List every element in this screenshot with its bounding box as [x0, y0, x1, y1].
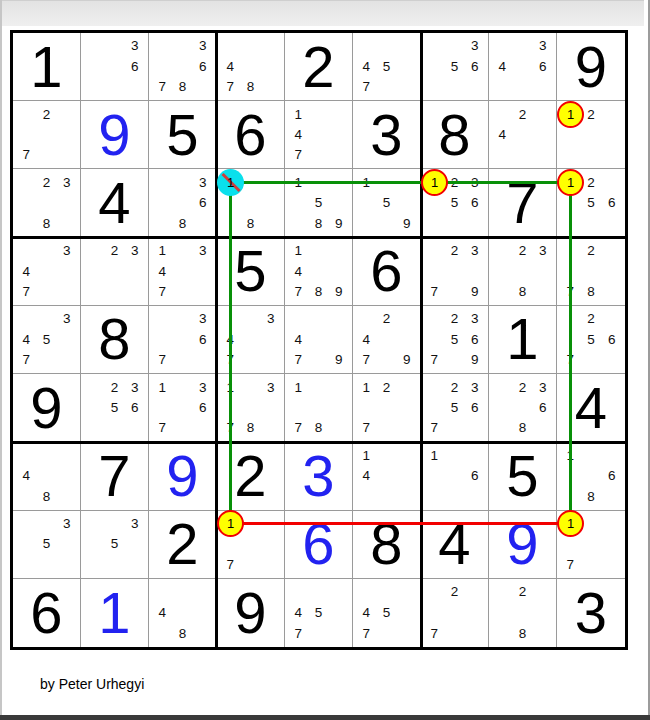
candidate-7 [356, 486, 376, 506]
candidate-3: 3 [125, 36, 145, 56]
candidate-9 [193, 281, 213, 301]
given-digit: 8 [98, 310, 130, 368]
cell-r6c9[interactable]: 4 [557, 374, 625, 442]
candidate-2 [376, 172, 396, 192]
cell-r6c1[interactable]: 9 [13, 374, 81, 442]
candidate-2: 2 [444, 377, 464, 397]
cell-r1c9[interactable]: 9 [557, 33, 625, 101]
candidate-2 [308, 172, 328, 192]
cell-r8c5[interactable]: 6 [285, 511, 353, 579]
cell-r9c5[interactable]: 457 [285, 579, 353, 647]
cell-r2c9[interactable]: 12 [557, 101, 625, 169]
candidate-1 [492, 104, 512, 124]
candidate-1 [16, 104, 36, 124]
cell-r3c6[interactable]: 159 [353, 169, 421, 237]
candidate-8 [104, 281, 124, 301]
candidate-9 [397, 418, 417, 438]
candidate-9 [57, 350, 77, 370]
candidate-7: 7 [16, 145, 36, 165]
candidate-5 [240, 56, 260, 76]
box-separator-horizontal [13, 441, 625, 444]
cell-r4c7[interactable]: 2379 [421, 238, 489, 306]
cell-r7c5[interactable]: 3 [285, 442, 353, 510]
cell-r1c2[interactable]: 36 [81, 33, 149, 101]
candidate-5 [581, 261, 602, 281]
cell-r1c1[interactable]: 1 [13, 33, 81, 101]
candidate-6 [329, 398, 349, 418]
candidate-6 [601, 534, 622, 554]
candidate-8 [240, 350, 260, 370]
pencil-marks: 238 [13, 169, 80, 236]
candidate-8: 8 [36, 213, 56, 233]
cell-r9c4[interactable]: 9 [217, 579, 285, 647]
cell-r7c7[interactable]: 16 [421, 442, 489, 510]
cell-r2c4[interactable]: 6 [217, 101, 285, 169]
candidate-5 [444, 466, 464, 486]
candidate-8 [376, 350, 396, 370]
candidate-7: 7 [424, 623, 444, 644]
cell-r9c7[interactable]: 27 [421, 579, 489, 647]
candidate-4: 4 [356, 603, 376, 624]
candidate-3: 3 [533, 241, 553, 261]
candidate-6: 6 [193, 398, 213, 418]
cell-r1c4[interactable]: 478 [217, 33, 285, 101]
cell-r1c6[interactable]: 457 [353, 33, 421, 101]
cell-r1c7[interactable]: 356 [421, 33, 489, 101]
cell-r8c6[interactable]: 8 [353, 511, 421, 579]
cell-r7c4[interactable]: 2 [217, 442, 285, 510]
cell-r9c6[interactable]: 457 [353, 579, 421, 647]
candidate-2: 2 [512, 582, 532, 603]
given-digit: 7 [98, 447, 130, 505]
cell-r8c8[interactable]: 9 [489, 511, 557, 579]
candidate-7: 7 [288, 281, 308, 301]
candidate-9 [397, 486, 417, 506]
candidate-1: 1 [152, 241, 172, 261]
candidate-7: 7 [424, 281, 444, 301]
candidate-1: 1 [356, 172, 376, 192]
candidate-8 [581, 554, 602, 574]
candidate-6: 6 [601, 329, 622, 349]
candidate-6 [261, 56, 281, 76]
given-digit: 5 [234, 242, 266, 300]
candidate-8 [36, 145, 56, 165]
cell-r2c8[interactable]: 24 [489, 101, 557, 169]
candidate-8: 8 [172, 77, 192, 97]
candidate-8: 8 [240, 77, 260, 97]
candidate-1 [288, 582, 308, 603]
pencil-marks: 1589 [285, 169, 352, 236]
candidate-1: 1 [288, 241, 308, 261]
candidate-6 [601, 261, 622, 281]
cell-r2c5[interactable]: 147 [285, 101, 353, 169]
candidate-6 [193, 261, 213, 281]
candidate-7 [220, 213, 240, 233]
candidate-8 [36, 350, 56, 370]
given-digit: 4 [98, 174, 130, 232]
pencil-marks: 1367 [149, 374, 216, 441]
candidate-4 [288, 193, 308, 213]
cell-r4c6[interactable]: 6 [353, 238, 421, 306]
cell-r4c5[interactable]: 14789 [285, 238, 353, 306]
cell-r3c9[interactable]: 1256 [557, 169, 625, 237]
candidate-5 [172, 329, 192, 349]
candidate-1: 1 [356, 445, 376, 465]
candidate-1 [84, 514, 104, 534]
candidate-6: 6 [193, 56, 213, 76]
candidate-7 [16, 486, 36, 506]
candidate-1: 1 [220, 377, 240, 397]
candidate-3 [329, 172, 349, 192]
candidate-4: 4 [492, 125, 512, 145]
cell-r2c3[interactable]: 5 [149, 101, 217, 169]
candidate-2 [308, 582, 328, 603]
cell-r5c7[interactable]: 235679 [421, 306, 489, 374]
candidate-3 [57, 104, 77, 124]
candidate-7 [492, 418, 512, 438]
candidate-9 [57, 554, 77, 574]
candidate-8 [308, 145, 328, 165]
candidate-1 [560, 309, 581, 329]
cell-r4c1[interactable]: 347 [13, 238, 81, 306]
candidate-2 [104, 36, 124, 56]
candidate-2: 2 [36, 104, 56, 124]
pencil-marks: 159 [353, 169, 420, 236]
candidate-7: 7 [152, 350, 172, 370]
cell-r9c2[interactable]: 1 [81, 579, 149, 647]
candidate-1 [492, 582, 512, 603]
candidate-3 [397, 582, 417, 603]
cell-r8c2[interactable]: 35 [81, 511, 149, 579]
candidate-9 [601, 213, 622, 233]
candidate-5 [172, 261, 192, 281]
candidate-8 [512, 145, 532, 165]
candidate-3 [601, 309, 622, 329]
candidate-9 [57, 281, 77, 301]
candidate-2 [240, 36, 260, 56]
given-digit: 4 [575, 379, 607, 437]
candidate-8 [104, 554, 124, 574]
candidate-5 [308, 329, 328, 349]
candidate-8 [376, 486, 396, 506]
candidate-8: 8 [512, 623, 532, 644]
candidate-1: 1 [356, 377, 376, 397]
cell-r6c7[interactable]: 23567 [421, 374, 489, 442]
candidate-5 [512, 125, 532, 145]
candidate-6 [533, 261, 553, 281]
candidate-7: 7 [560, 281, 581, 301]
candidate-1 [424, 582, 444, 603]
solved-digit: 6 [302, 515, 334, 573]
cell-r5c3[interactable]: 367 [149, 306, 217, 374]
candidate-3: 3 [261, 309, 281, 329]
cell-r3c2[interactable]: 4 [81, 169, 149, 237]
candidate-2 [240, 514, 260, 534]
cell-r9c1[interactable]: 6 [13, 579, 81, 647]
candidate-5 [581, 466, 602, 486]
candidate-9: 9 [397, 350, 417, 370]
candidate-8 [376, 213, 396, 233]
candidate-5 [240, 329, 260, 349]
candidate-4 [84, 398, 104, 418]
candidate-9: 9 [397, 213, 417, 233]
candidate-7: 7 [152, 77, 172, 97]
candidate-4 [492, 398, 512, 418]
cell-r7c3[interactable]: 9 [149, 442, 217, 510]
pencil-marks: 147 [285, 101, 352, 168]
solved-digit: 3 [302, 447, 334, 505]
pencil-marks: 3457 [13, 306, 80, 373]
cell-r5c4[interactable]: 347 [217, 306, 285, 374]
candidate-4 [16, 534, 36, 554]
candidate-5: 5 [444, 56, 464, 76]
candidate-7 [16, 213, 36, 233]
candidate-5 [512, 398, 532, 418]
pencil-marks: 35 [13, 511, 80, 578]
candidate-7 [560, 486, 581, 506]
candidate-8 [444, 418, 464, 438]
candidate-9 [261, 554, 281, 574]
candidate-5 [172, 398, 192, 418]
candidate-4 [560, 261, 581, 281]
candidate-5: 5 [444, 193, 464, 213]
candidate-3: 3 [533, 36, 553, 56]
cell-r8c3[interactable]: 2 [149, 511, 217, 579]
candidate-6 [57, 125, 77, 145]
pencil-marks: 238 [489, 238, 556, 305]
candidate-7 [84, 281, 104, 301]
candidate-6 [397, 193, 417, 213]
cell-r7c8[interactable]: 5 [489, 442, 557, 510]
cell-r9c9[interactable]: 3 [557, 579, 625, 647]
candidate-3: 3 [193, 172, 213, 192]
candidate-4: 4 [356, 466, 376, 486]
cell-r1c3[interactable]: 3678 [149, 33, 217, 101]
candidate-8 [104, 77, 124, 97]
cell-r3c4[interactable]: 18 [217, 169, 285, 237]
cell-r6c8[interactable]: 2368 [489, 374, 557, 442]
cell-r4c9[interactable]: 278 [557, 238, 625, 306]
candidate-8 [376, 418, 396, 438]
candidate-9 [193, 77, 213, 97]
candidate-7: 7 [356, 350, 376, 370]
candidate-2 [308, 241, 328, 261]
cell-r3c3[interactable]: 368 [149, 169, 217, 237]
cell-r8c7[interactable]: 4 [421, 511, 489, 579]
candidate-6 [533, 603, 553, 624]
cell-r5c9[interactable]: 2567 [557, 306, 625, 374]
candidate-4 [424, 603, 444, 624]
candidate-6 [57, 466, 77, 486]
candidate-8 [444, 281, 464, 301]
candidate-5 [376, 398, 396, 418]
candidate-3: 3 [193, 36, 213, 56]
candidate-8 [376, 623, 396, 644]
cell-r4c3[interactable]: 1347 [149, 238, 217, 306]
cell-r6c4[interactable]: 1378 [217, 374, 285, 442]
candidate-9 [261, 418, 281, 438]
candidate-4: 4 [220, 329, 240, 349]
candidate-1 [356, 582, 376, 603]
cell-r5c1[interactable]: 3457 [13, 306, 81, 374]
candidate-7 [288, 213, 308, 233]
pencil-marks: 14 [353, 442, 420, 509]
candidate-4 [16, 193, 36, 213]
cell-r6c3[interactable]: 1367 [149, 374, 217, 442]
candidate-3 [397, 445, 417, 465]
cell-r1c8[interactable]: 346 [489, 33, 557, 101]
candidate-9 [261, 213, 281, 233]
candidate-3 [533, 104, 553, 124]
cell-r6c6[interactable]: 127 [353, 374, 421, 442]
candidate-1 [560, 241, 581, 261]
candidate-8: 8 [240, 213, 260, 233]
candidate-6 [397, 466, 417, 486]
candidate-3 [329, 582, 349, 603]
top-bar [0, 0, 644, 26]
candidate-5 [36, 193, 56, 213]
candidate-4: 4 [288, 125, 308, 145]
pencil-marks: 346 [489, 33, 556, 100]
candidate-1 [492, 377, 512, 397]
cell-r2c1[interactable]: 27 [13, 101, 81, 169]
candidate-1 [84, 241, 104, 261]
candidate-2 [308, 377, 328, 397]
cell-r3c5[interactable]: 1589 [285, 169, 353, 237]
candidate-6 [601, 125, 622, 145]
cell-r5c2[interactable]: 8 [81, 306, 149, 374]
pencil-marks: 2567 [557, 306, 625, 373]
candidate-6 [57, 329, 77, 349]
candidate-8 [444, 77, 464, 97]
given-digit: 6 [370, 242, 402, 300]
candidate-5: 5 [376, 56, 396, 76]
candidate-6 [57, 534, 77, 554]
candidate-1 [220, 36, 240, 56]
candidate-7: 7 [220, 418, 240, 438]
given-digit: 8 [438, 106, 470, 164]
pencil-marks: 12 [557, 101, 625, 168]
candidate-7: 7 [356, 418, 376, 438]
candidate-2 [36, 309, 56, 329]
candidate-6: 6 [465, 56, 485, 76]
cell-r4c8[interactable]: 238 [489, 238, 557, 306]
cell-r4c4[interactable]: 5 [217, 238, 285, 306]
candidate-4: 4 [356, 56, 376, 76]
candidate-2 [172, 172, 192, 192]
pencil-marks: 178 [285, 374, 352, 441]
pencil-marks: 2356 [81, 374, 148, 441]
candidate-6 [533, 125, 553, 145]
cell-r9c3[interactable]: 48 [149, 579, 217, 647]
cell-r2c2[interactable]: 9 [81, 101, 149, 169]
candidate-1 [152, 309, 172, 329]
cell-r4c2[interactable]: 23 [81, 238, 149, 306]
candidate-3 [601, 172, 622, 192]
candidate-4 [84, 56, 104, 76]
candidate-9 [57, 145, 77, 165]
candidate-5 [104, 56, 124, 76]
candidate-4 [84, 261, 104, 281]
cell-r3c1[interactable]: 238 [13, 169, 81, 237]
candidate-7: 7 [288, 145, 308, 165]
candidate-2 [172, 582, 192, 603]
candidate-4 [424, 329, 444, 349]
cell-r5c5[interactable]: 479 [285, 306, 353, 374]
candidate-7 [16, 554, 36, 574]
candidate-3: 3 [57, 514, 77, 534]
cell-r5c8[interactable]: 1 [489, 306, 557, 374]
given-digit: 9 [30, 379, 62, 437]
given-digit: 4 [438, 515, 470, 573]
cell-r1c5[interactable]: 2 [285, 33, 353, 101]
cell-r7c9[interactable]: 168 [557, 442, 625, 510]
cell-r6c2[interactable]: 2356 [81, 374, 149, 442]
pencil-marks: 1347 [149, 238, 216, 305]
candidate-9: 9 [329, 350, 349, 370]
candidate-3 [397, 377, 417, 397]
pencil-marks: 3678 [149, 33, 216, 100]
candidate-6: 6 [125, 398, 145, 418]
cell-r8c1[interactable]: 35 [13, 511, 81, 579]
candidate-9 [397, 77, 417, 97]
cell-r7c1[interactable]: 48 [13, 442, 81, 510]
candidate-6 [397, 56, 417, 76]
candidate-3: 3 [193, 241, 213, 261]
cell-r5c6[interactable]: 2479 [353, 306, 421, 374]
candidate-9 [125, 77, 145, 97]
cell-r8c4[interactable]: 17 [217, 511, 285, 579]
candidate-2 [308, 104, 328, 124]
candidate-5: 5 [581, 329, 602, 349]
candidate-1 [492, 241, 512, 261]
candidate-7: 7 [152, 418, 172, 438]
cell-r8c9[interactable]: 17 [557, 511, 625, 579]
candidate-9 [465, 213, 485, 233]
cell-r2c6[interactable]: 3 [353, 101, 421, 169]
candidate-4 [356, 398, 376, 418]
cell-r3c8[interactable]: 7 [489, 169, 557, 237]
candidate-8 [444, 350, 464, 370]
candidate-2 [444, 36, 464, 56]
candidate-8 [172, 418, 192, 438]
pencil-marks: 2368 [489, 374, 556, 441]
candidate-5 [444, 603, 464, 624]
candidate-4 [424, 193, 444, 213]
candidate-3: 3 [465, 36, 485, 56]
cell-r2c7[interactable]: 8 [421, 101, 489, 169]
candidate-2 [581, 445, 602, 465]
candidate-7 [152, 213, 172, 233]
candidate-1 [16, 172, 36, 192]
candidate-2 [376, 582, 396, 603]
candidate-6 [57, 261, 77, 281]
candidate-6: 6 [125, 56, 145, 76]
pencil-marks: 17 [557, 511, 625, 578]
cell-r7c2[interactable]: 7 [81, 442, 149, 510]
candidate-4: 4 [16, 261, 36, 281]
cell-r6c5[interactable]: 178 [285, 374, 353, 442]
candidate-5 [444, 261, 464, 281]
candidate-4 [560, 466, 581, 486]
candidate-8: 8 [512, 281, 532, 301]
candidate-1: 1 [560, 514, 581, 534]
cell-r3c7[interactable]: 12356 [421, 169, 489, 237]
candidate-5 [581, 125, 602, 145]
candidate-5 [172, 603, 192, 624]
cell-r9c8[interactable]: 28 [489, 579, 557, 647]
cell-r7c6[interactable]: 14 [353, 442, 421, 510]
